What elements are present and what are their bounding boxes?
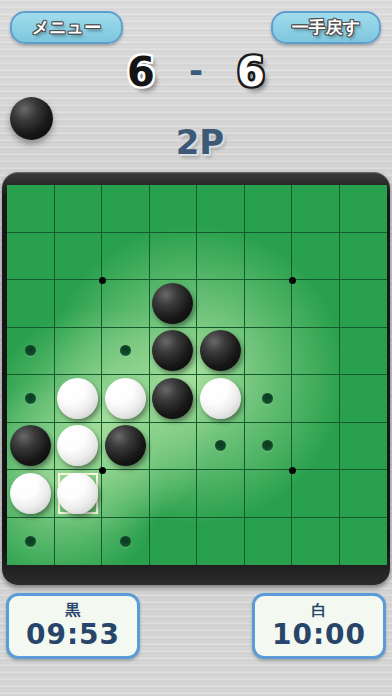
cell-c8[interactable] [102,518,150,566]
legal-move-dot [262,440,273,451]
black-disc [152,330,193,371]
legal-move-dot [25,393,36,404]
cell-a2[interactable] [7,233,55,281]
cell-b8[interactable] [55,518,103,566]
cell-h2[interactable] [340,233,388,281]
cell-e2[interactable] [197,233,245,281]
cell-h7[interactable] [340,470,388,518]
legal-move-dot [120,345,131,356]
black-disc [152,283,193,324]
cell-e3[interactable] [197,280,245,328]
black-score: 6 [127,50,155,94]
white-disc [200,378,241,419]
cell-d7[interactable] [150,470,198,518]
cell-h6[interactable] [340,423,388,471]
cell-b1[interactable] [55,185,103,233]
cell-c6[interactable] [102,423,150,471]
cell-c7[interactable] [102,470,150,518]
cell-a3[interactable] [7,280,55,328]
white-clock-time: 10:00 [272,619,366,651]
white-score: 6 [237,50,265,94]
cell-h8[interactable] [340,518,388,566]
cell-a6[interactable] [7,423,55,471]
cell-c5[interactable] [102,375,150,423]
cell-c3[interactable] [102,280,150,328]
cell-b5[interactable] [55,375,103,423]
white-clock: 白 10:00 [252,593,386,659]
cell-g8[interactable] [292,518,340,566]
white-disc [10,473,51,514]
legal-move-dot [120,536,131,547]
cell-b4[interactable] [55,328,103,376]
cell-c4[interactable] [102,328,150,376]
board-grid [7,185,387,565]
cell-b6[interactable] [55,423,103,471]
black-disc [10,425,51,466]
cell-f7[interactable] [245,470,293,518]
cell-f3[interactable] [245,280,293,328]
black-clock: 黒 09:53 [6,593,140,659]
cell-d4[interactable] [150,328,198,376]
cell-e8[interactable] [197,518,245,566]
cell-f1[interactable] [245,185,293,233]
undo-move-button[interactable]: 一手戻す [271,11,381,44]
cell-a4[interactable] [7,328,55,376]
cell-f5[interactable] [245,375,293,423]
cell-f2[interactable] [245,233,293,281]
cell-e6[interactable] [197,423,245,471]
star-point [289,277,296,284]
cell-g1[interactable] [292,185,340,233]
cell-a8[interactable] [7,518,55,566]
cell-a1[interactable] [7,185,55,233]
black-disc [105,425,146,466]
white-disc [105,378,146,419]
star-point [99,277,106,284]
board-frame [2,172,390,585]
legal-move-dot [25,345,36,356]
cell-d3[interactable] [150,280,198,328]
score-display: 6 - 6 [0,50,392,94]
cell-f6[interactable] [245,423,293,471]
cell-a5[interactable] [7,375,55,423]
cell-h4[interactable] [340,328,388,376]
white-disc [57,378,98,419]
cell-f8[interactable] [245,518,293,566]
cell-d5[interactable] [150,375,198,423]
cell-g7[interactable] [292,470,340,518]
black-disc [200,330,241,371]
cell-d8[interactable] [150,518,198,566]
cell-g4[interactable] [292,328,340,376]
cell-g3[interactable] [292,280,340,328]
cell-c1[interactable] [102,185,150,233]
cell-h1[interactable] [340,185,388,233]
star-point [289,467,296,474]
cell-b7[interactable] [55,470,103,518]
cell-h3[interactable] [340,280,388,328]
cell-g6[interactable] [292,423,340,471]
cell-f4[interactable] [245,328,293,376]
cell-d1[interactable] [150,185,198,233]
black-clock-time: 09:53 [26,619,120,651]
score-separator: - [189,50,203,90]
black-disc [152,378,193,419]
cell-d6[interactable] [150,423,198,471]
othello-game-screen: メニュー 一手戻す 6 - 6 2P 黒 09:53 白 10:00 [0,0,392,696]
cell-g2[interactable] [292,233,340,281]
white-disc [57,425,98,466]
cell-e1[interactable] [197,185,245,233]
cell-b3[interactable] [55,280,103,328]
game-mode-label: 2P [0,124,392,160]
white-disc [57,473,98,514]
cell-g5[interactable] [292,375,340,423]
cell-h5[interactable] [340,375,388,423]
cell-e4[interactable] [197,328,245,376]
cell-e7[interactable] [197,470,245,518]
cell-b2[interactable] [55,233,103,281]
menu-button[interactable]: メニュー [10,11,123,44]
star-point [99,467,106,474]
cell-d2[interactable] [150,233,198,281]
cell-c2[interactable] [102,233,150,281]
legal-move-dot [262,393,273,404]
black-clock-label: 黒 [66,601,81,619]
cell-e5[interactable] [197,375,245,423]
white-clock-label: 白 [312,601,327,619]
cell-a7[interactable] [7,470,55,518]
legal-move-dot [25,536,36,547]
legal-move-dot [215,440,226,451]
